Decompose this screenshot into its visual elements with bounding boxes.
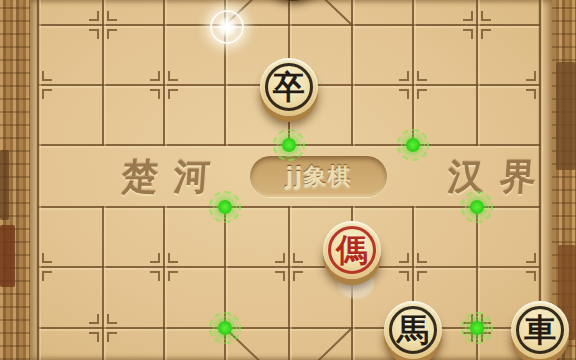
frame-right-patch — [556, 62, 576, 170]
piece-glyph: 車 — [524, 314, 556, 346]
last-move-marker-orb — [210, 10, 244, 44]
game-stage: 楚河 汉界 jj象棋 卒傌馬車 — [0, 0, 576, 360]
piece-glyph: 馬 — [397, 314, 429, 346]
move-hint-d8[interactable] — [218, 321, 232, 335]
piece-red-horse[interactable]: 傌 — [323, 221, 381, 279]
board-overlay: 卒傌馬車 — [30, 0, 552, 360]
piece-black-soldier[interactable]: 卒 — [260, 58, 318, 116]
move-hint-h8[interactable] — [470, 321, 484, 335]
xiangqi-board[interactable]: 楚河 汉界 jj象棋 卒傌馬車 — [30, 0, 552, 360]
move-hint-e5[interactable] — [282, 138, 296, 152]
move-hint-d6[interactable] — [218, 200, 232, 214]
frame-left-patch2 — [0, 150, 9, 220]
piece-glyph: 卒 — [273, 71, 305, 103]
piece-black-chariot[interactable]: 車 — [511, 301, 569, 359]
move-hint-h6[interactable] — [470, 200, 484, 214]
frame-left-patch — [0, 225, 15, 287]
piece-glyph: 傌 — [336, 234, 368, 266]
piece-black-horse[interactable]: 馬 — [384, 301, 442, 359]
move-hint-g5[interactable] — [406, 138, 420, 152]
